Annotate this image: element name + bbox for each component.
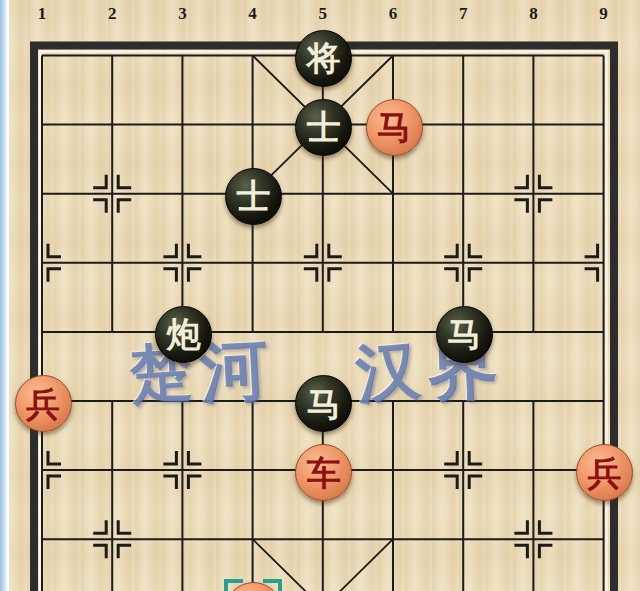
river-text-char: 汉 (353, 337, 422, 406)
piece-black-advisor-f5r2[interactable]: 士 (295, 99, 352, 156)
file-label-2: 2 (100, 4, 124, 24)
piece-black-advisor-f4r3[interactable]: 士 (225, 168, 282, 225)
file-label-3: 3 (170, 4, 194, 24)
piece-red-soldier-f1r6[interactable]: 兵 (15, 375, 72, 432)
piece-glyph: 炮 (166, 317, 200, 351)
piece-black-cannon-f3r5[interactable]: 炮 (155, 306, 212, 363)
file-label-1: 1 (30, 4, 54, 24)
window-edge-strip (0, 0, 9, 591)
last-move-highlight (224, 579, 282, 591)
piece-red-soldier-f9r7[interactable]: 兵 (576, 444, 633, 501)
piece-black-horse-f7r5[interactable]: 马 (436, 306, 493, 363)
piece-glyph: 士 (307, 110, 341, 144)
file-label-9: 9 (592, 4, 616, 24)
xiangqi-board-window: 123456789 楚河汉界 将士马士炮马兵马车兵帅 (0, 0, 640, 591)
highlight-corner-tr (263, 579, 282, 591)
piece-glyph: 将 (307, 41, 341, 75)
file-label-7: 7 (451, 4, 475, 24)
board-grid (0, 0, 640, 591)
piece-glyph: 兵 (588, 456, 622, 490)
piece-red-horse-f6r2[interactable]: 马 (366, 99, 423, 156)
piece-black-general-f5r1[interactable]: 将 (295, 30, 352, 87)
file-label-6: 6 (381, 4, 405, 24)
file-label-5: 5 (311, 4, 335, 24)
piece-glyph: 车 (307, 456, 341, 490)
piece-glyph: 马 (377, 110, 411, 144)
piece-glyph: 马 (307, 387, 341, 421)
piece-glyph: 士 (237, 179, 271, 213)
piece-red-chariot-f5r7[interactable]: 车 (295, 444, 352, 501)
file-label-8: 8 (521, 4, 545, 24)
file-label-4: 4 (241, 4, 265, 24)
piece-glyph: 兵 (26, 387, 60, 421)
piece-glyph: 马 (447, 317, 481, 351)
piece-black-horse-f5r6[interactable]: 马 (295, 375, 352, 432)
highlight-corner-tl (224, 579, 243, 591)
